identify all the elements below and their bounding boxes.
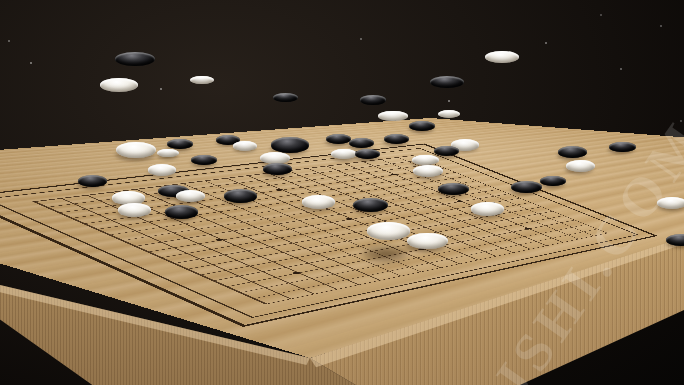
white-stone: ○ <box>302 195 335 208</box>
white-stone: ○ <box>407 233 448 249</box>
black-stone: ● <box>434 146 459 156</box>
black-stone: ● <box>353 198 388 212</box>
falling-black-stone: ● <box>273 93 298 102</box>
dust-speck <box>360 38 362 40</box>
black-stone: ● <box>438 183 469 195</box>
black-stone: ● <box>224 189 257 202</box>
white-stone: ○ <box>367 222 410 239</box>
black-stone: ● <box>165 205 198 218</box>
white-stone: ○ <box>566 160 595 172</box>
go-scene: ●●●●●●●○○●○●●○○●○○●○●○○●●●●●○●○○○●○○●○●○… <box>0 0 684 385</box>
falling-black-stone: ● <box>430 76 464 88</box>
white-stone: ○ <box>412 155 439 166</box>
dust-speck <box>660 25 662 27</box>
white-stone: ○ <box>148 164 176 175</box>
falling-stone-shadow <box>361 246 408 262</box>
white-stone: ○ <box>413 165 443 177</box>
falling-white-stone: ○ <box>485 51 519 63</box>
falling-black-stone: ● <box>115 52 155 66</box>
white-stone: ○ <box>116 142 156 158</box>
black-stone: ● <box>167 139 193 149</box>
black-stone: ● <box>558 146 587 158</box>
black-stone: ● <box>540 176 566 186</box>
dust-speck <box>545 42 547 44</box>
white-stone: ○ <box>233 141 257 151</box>
dust-speck <box>448 100 450 102</box>
falling-white-stone: ○ <box>100 78 138 92</box>
white-stone: ○ <box>657 197 684 209</box>
dust-speck <box>8 40 10 42</box>
white-stone: ○ <box>260 152 290 164</box>
falling-black-stone: ● <box>360 95 386 104</box>
black-stone: ● <box>384 134 409 144</box>
dust-speck <box>30 62 32 64</box>
falling-white-stone: ○ <box>190 76 214 85</box>
black-stone: ● <box>349 138 374 148</box>
white-stone: ○ <box>471 202 504 215</box>
black-stone: ● <box>355 149 380 159</box>
black-stone: ● <box>78 175 107 187</box>
falling-white-stone: ○ <box>438 110 460 118</box>
black-stone: ● <box>409 121 435 131</box>
dust-speck <box>620 68 622 70</box>
white-stone: ○ <box>118 203 151 216</box>
dust-speck <box>600 14 602 16</box>
black-stone: ● <box>609 142 636 153</box>
white-stone: ○ <box>331 149 357 159</box>
black-stone: ● <box>271 137 309 152</box>
black-stone: ● <box>326 134 351 144</box>
black-stone: ● <box>263 163 292 175</box>
black-stone: ● <box>511 181 542 193</box>
dust-speck <box>160 88 162 90</box>
black-stone: ● <box>191 155 217 165</box>
white-stone: ○ <box>176 190 205 202</box>
